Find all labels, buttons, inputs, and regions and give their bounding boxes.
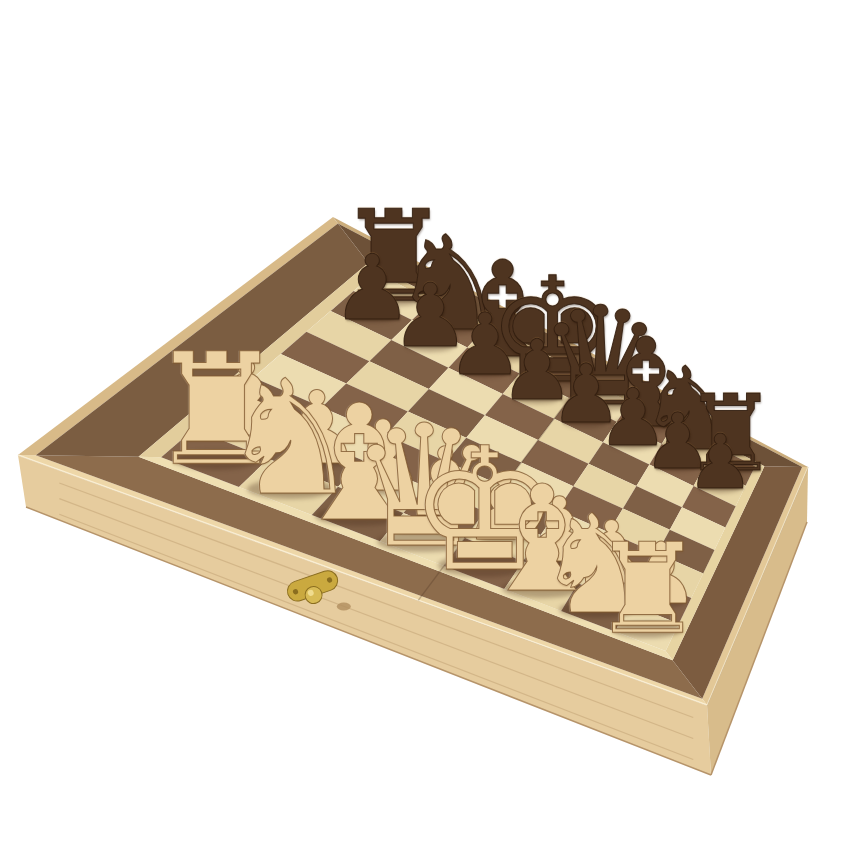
board-svg <box>0 0 853 853</box>
wood-knot <box>337 603 351 611</box>
chess-set-photo: ♜♞♝♚♛♝♞♜♟♟♟♟♟♟♟♟♟♟♟♟♟♟♟♟♜♞♝♛♚♝♞♜ <box>0 0 853 853</box>
